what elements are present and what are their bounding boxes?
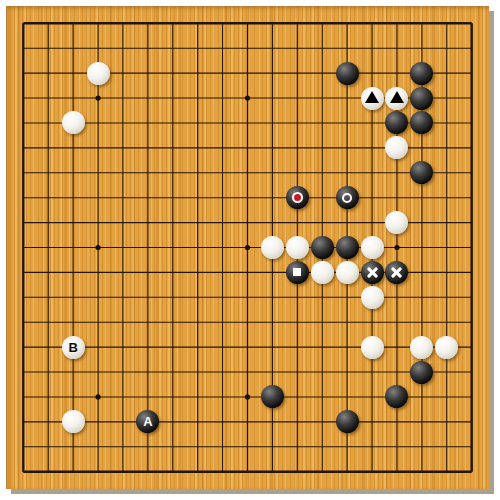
- star-point: [95, 245, 100, 250]
- label-A: A: [143, 415, 152, 428]
- black-stone: [410, 62, 433, 85]
- white-stone: [385, 87, 408, 110]
- black-stone: [311, 236, 334, 259]
- white-stone: [62, 111, 85, 134]
- red-circle-marker-icon: [292, 192, 303, 203]
- white-stone: [361, 236, 384, 259]
- triangle-marker-icon: [390, 91, 404, 103]
- white-stone: [361, 286, 384, 309]
- black-stone: [336, 186, 359, 209]
- white-stone: [286, 236, 309, 259]
- white-stone: [311, 261, 334, 284]
- white-stone: [361, 87, 384, 110]
- go-board[interactable]: AB: [6, 6, 489, 489]
- white-stone: [410, 336, 433, 359]
- triangle-marker-icon: [365, 91, 379, 103]
- square-marker-icon: [293, 268, 301, 276]
- black-stone: [336, 62, 359, 85]
- x-marker-icon: [366, 266, 379, 279]
- black-stone: [286, 261, 309, 284]
- black-stone: [361, 261, 384, 284]
- star-point: [245, 394, 250, 399]
- white-stone: [62, 410, 85, 433]
- white-stone: B: [62, 336, 85, 359]
- white-stone: [87, 62, 110, 85]
- star-point: [245, 95, 250, 100]
- white-stone: [361, 336, 384, 359]
- circle-marker-icon: [342, 193, 352, 203]
- x-marker-icon: [390, 266, 403, 279]
- black-stone: [286, 186, 309, 209]
- star-point: [95, 95, 100, 100]
- black-stone: [410, 87, 433, 110]
- page-background: AB: [0, 0, 500, 500]
- black-stone: [336, 410, 359, 433]
- white-stone: [261, 236, 284, 259]
- star-point: [245, 245, 250, 250]
- white-stone: [336, 261, 359, 284]
- black-stone: [336, 236, 359, 259]
- white-stone: [435, 336, 458, 359]
- black-stone: [410, 361, 433, 384]
- star-point: [394, 245, 399, 250]
- star-point: [95, 394, 100, 399]
- label-B: B: [68, 341, 77, 354]
